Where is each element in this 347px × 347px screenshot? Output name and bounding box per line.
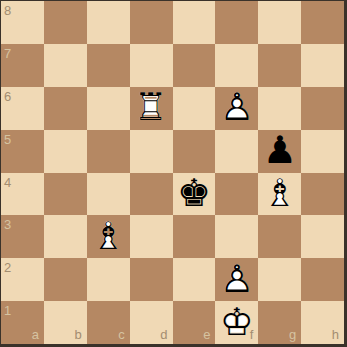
square-c8[interactable]	[87, 1, 130, 44]
square-h6[interactable]	[301, 87, 344, 130]
rank-label-8: 8	[4, 4, 11, 17]
square-a5[interactable]: 5	[1, 130, 44, 173]
square-a7[interactable]: 7	[1, 44, 44, 87]
square-e1[interactable]: e	[173, 301, 216, 344]
square-c6[interactable]	[87, 87, 130, 130]
white-pawn-f6[interactable]: ♟♙	[215, 87, 258, 130]
square-b6[interactable]	[44, 87, 87, 130]
white-bishop-outline-icon: ♗	[263, 174, 297, 212]
rank-label-7: 7	[4, 47, 11, 60]
rank-label-3: 3	[4, 218, 11, 231]
white-bishop-outline-icon: ♗	[91, 217, 125, 255]
square-c7[interactable]	[87, 44, 130, 87]
white-pawn-f2[interactable]: ♟♙	[215, 258, 258, 301]
white-pawn-outline-icon: ♙	[220, 260, 254, 298]
square-h1[interactable]: h	[301, 301, 344, 344]
black-pawn-icon: ♟	[263, 131, 297, 169]
rank-label-1: 1	[4, 304, 11, 317]
square-d7[interactable]	[130, 44, 173, 87]
square-g3[interactable]	[258, 215, 301, 258]
square-d1[interactable]: d	[130, 301, 173, 344]
square-b5[interactable]	[44, 130, 87, 173]
square-f4[interactable]	[215, 173, 258, 216]
square-c4[interactable]	[87, 173, 130, 216]
square-a1[interactable]: 1a	[1, 301, 44, 344]
square-g2[interactable]	[258, 258, 301, 301]
white-bishop-c3[interactable]: ♝♗	[87, 215, 130, 258]
rank-label-2: 2	[4, 261, 11, 274]
square-e6[interactable]	[173, 87, 216, 130]
square-b4[interactable]	[44, 173, 87, 216]
file-label-h: h	[332, 328, 339, 341]
rank-label-4: 4	[4, 176, 11, 189]
black-pawn-g5[interactable]: ♟	[258, 130, 301, 173]
chess-board: 876♜♖♟♙5♟4♚♝♗3♝♗2♟♙1abcdef♚♔gh	[1, 1, 344, 344]
square-b3[interactable]	[44, 215, 87, 258]
file-label-b: b	[75, 328, 82, 341]
square-a2[interactable]: 2	[1, 258, 44, 301]
square-c3[interactable]: ♝♗	[87, 215, 130, 258]
square-e3[interactable]	[173, 215, 216, 258]
square-b7[interactable]	[44, 44, 87, 87]
white-pawn-outline-icon: ♙	[220, 88, 254, 126]
file-label-d: d	[160, 328, 167, 341]
white-rook-outline-icon: ♖	[134, 88, 168, 126]
square-a4[interactable]: 4	[1, 173, 44, 216]
square-a8[interactable]: 8	[1, 1, 44, 44]
square-c2[interactable]	[87, 258, 130, 301]
board-frame: 876♜♖♟♙5♟4♚♝♗3♝♗2♟♙1abcdef♚♔gh	[0, 0, 347, 347]
square-d3[interactable]	[130, 215, 173, 258]
black-king-icon: ♚	[177, 174, 211, 212]
square-d4[interactable]	[130, 173, 173, 216]
square-e2[interactable]	[173, 258, 216, 301]
square-a3[interactable]: 3	[1, 215, 44, 258]
square-c1[interactable]: c	[87, 301, 130, 344]
square-f6[interactable]: ♟♙	[215, 87, 258, 130]
square-g6[interactable]	[258, 87, 301, 130]
square-f1[interactable]: f♚♔	[215, 301, 258, 344]
square-h7[interactable]	[301, 44, 344, 87]
square-g5[interactable]: ♟	[258, 130, 301, 173]
white-king-outline-icon: ♔	[220, 302, 254, 340]
white-rook-d6[interactable]: ♜♖	[130, 87, 173, 130]
square-b8[interactable]	[44, 1, 87, 44]
square-c5[interactable]	[87, 130, 130, 173]
white-bishop-g4[interactable]: ♝♗	[258, 173, 301, 216]
file-label-a: a	[32, 328, 39, 341]
square-d2[interactable]	[130, 258, 173, 301]
square-g1[interactable]: g	[258, 301, 301, 344]
square-d8[interactable]	[130, 1, 173, 44]
file-label-c: c	[118, 328, 125, 341]
square-b2[interactable]	[44, 258, 87, 301]
square-e4[interactable]: ♚	[173, 173, 216, 216]
square-a6[interactable]: 6	[1, 87, 44, 130]
square-g7[interactable]	[258, 44, 301, 87]
file-label-e: e	[203, 328, 210, 341]
square-g4[interactable]: ♝♗	[258, 173, 301, 216]
white-king-f1[interactable]: ♚♔	[215, 301, 258, 344]
square-f2[interactable]: ♟♙	[215, 258, 258, 301]
square-e7[interactable]	[173, 44, 216, 87]
square-h2[interactable]	[301, 258, 344, 301]
black-king-e4[interactable]: ♚	[173, 173, 216, 216]
square-h5[interactable]	[301, 130, 344, 173]
square-f3[interactable]	[215, 215, 258, 258]
file-label-g: g	[289, 328, 296, 341]
rank-label-5: 5	[4, 133, 11, 146]
square-f7[interactable]	[215, 44, 258, 87]
square-h3[interactable]	[301, 215, 344, 258]
square-f8[interactable]	[215, 1, 258, 44]
square-g8[interactable]	[258, 1, 301, 44]
square-b1[interactable]: b	[44, 301, 87, 344]
rank-label-6: 6	[4, 90, 11, 103]
square-e8[interactable]	[173, 1, 216, 44]
square-h4[interactable]	[301, 173, 344, 216]
square-f5[interactable]	[215, 130, 258, 173]
square-h8[interactable]	[301, 1, 344, 44]
square-d6[interactable]: ♜♖	[130, 87, 173, 130]
square-e5[interactable]	[173, 130, 216, 173]
square-d5[interactable]	[130, 130, 173, 173]
